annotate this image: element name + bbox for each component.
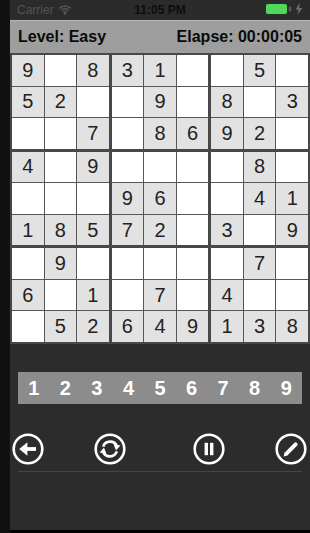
- cell-r3c9[interactable]: [276, 118, 308, 149]
- toolbar: [10, 430, 310, 468]
- cell-r3c7[interactable]: 9: [211, 118, 243, 149]
- cell-r2c6[interactable]: [177, 87, 209, 118]
- numpad-key-6[interactable]: 6: [176, 372, 208, 404]
- cell-r1c5[interactable]: 1: [144, 55, 176, 86]
- box-1-3: 58392: [211, 55, 308, 149]
- cell-r7c7[interactable]: [211, 248, 243, 279]
- cell-r3c8[interactable]: 2: [244, 118, 276, 149]
- cell-r5c1[interactable]: [12, 183, 44, 214]
- numpad-key-2[interactable]: 2: [50, 372, 82, 404]
- cell-r3c1[interactable]: [12, 118, 44, 149]
- pause-button[interactable]: [192, 432, 226, 466]
- cell-r2c4[interactable]: [112, 87, 144, 118]
- cell-r8c9[interactable]: [276, 280, 308, 311]
- cell-r1c9[interactable]: [276, 55, 308, 86]
- cell-r2c3[interactable]: [77, 87, 109, 118]
- cell-r4c6[interactable]: [177, 152, 209, 183]
- box-2-3: 84139: [211, 152, 308, 246]
- cell-r1c3[interactable]: 8: [77, 55, 109, 86]
- cell-r2c7[interactable]: 8: [211, 87, 243, 118]
- cell-r2c8[interactable]: [244, 87, 276, 118]
- box-1-2: 31986: [112, 55, 209, 149]
- numpad-key-8[interactable]: 8: [239, 372, 271, 404]
- cell-r8c1[interactable]: 6: [12, 280, 44, 311]
- cell-r9c3[interactable]: 2: [77, 311, 109, 342]
- box-3-2: 7649: [112, 248, 209, 342]
- cell-r2c9[interactable]: 3: [276, 87, 308, 118]
- cell-r6c4[interactable]: 7: [112, 215, 144, 246]
- pause-icon: [192, 432, 226, 466]
- cell-r3c6[interactable]: 6: [177, 118, 209, 149]
- cell-r7c2[interactable]: 9: [45, 248, 77, 279]
- cell-r4c5[interactable]: [144, 152, 176, 183]
- sudoku-app-screen: Carrier 11:05 PM: [10, 0, 310, 533]
- cell-r4c7[interactable]: [211, 152, 243, 183]
- toolbar-divider: [18, 471, 302, 472]
- numpad-key-4[interactable]: 4: [113, 372, 145, 404]
- cell-r9c6[interactable]: 9: [177, 311, 209, 342]
- numpad-key-3[interactable]: 3: [81, 372, 113, 404]
- sudoku-board: 9852731986583924918596728413996152764974…: [10, 53, 310, 344]
- box-2-1: 49185: [12, 152, 109, 246]
- numpad-key-7[interactable]: 7: [207, 372, 239, 404]
- numpad-key-5[interactable]: 5: [144, 372, 176, 404]
- cell-r7c3[interactable]: [77, 248, 109, 279]
- numpad-key-1[interactable]: 1: [18, 372, 50, 404]
- cell-r9c8[interactable]: 3: [244, 311, 276, 342]
- cell-r3c3[interactable]: 7: [77, 118, 109, 149]
- back-button[interactable]: [11, 432, 45, 466]
- cell-r3c2[interactable]: [45, 118, 77, 149]
- cell-r7c1[interactable]: [12, 248, 44, 279]
- cell-r8c2[interactable]: [45, 280, 77, 311]
- numpad-key-9[interactable]: 9: [270, 372, 302, 404]
- cell-r8c4[interactable]: [112, 280, 144, 311]
- cell-r5c6[interactable]: [177, 183, 209, 214]
- cell-r7c8[interactable]: 7: [244, 248, 276, 279]
- cell-r8c6[interactable]: [177, 280, 209, 311]
- cell-r6c7[interactable]: 3: [211, 215, 243, 246]
- cell-r3c4[interactable]: [112, 118, 144, 149]
- cell-r6c6[interactable]: [177, 215, 209, 246]
- cell-r1c4[interactable]: 3: [112, 55, 144, 86]
- cell-r7c5[interactable]: [144, 248, 176, 279]
- cell-r5c5[interactable]: 6: [144, 183, 176, 214]
- cell-r6c3[interactable]: 5: [77, 215, 109, 246]
- cell-r4c1[interactable]: 4: [12, 152, 44, 183]
- cell-r8c3[interactable]: 1: [77, 280, 109, 311]
- game-info-bar: Level: Easy Elapse: 00:00:05: [10, 20, 310, 53]
- cell-r9c2[interactable]: 5: [45, 311, 77, 342]
- cell-r5c7[interactable]: [211, 183, 243, 214]
- cell-r6c8[interactable]: [244, 215, 276, 246]
- cell-r1c1[interactable]: 9: [12, 55, 44, 86]
- cell-r1c7[interactable]: [211, 55, 243, 86]
- cell-r6c2[interactable]: 8: [45, 215, 77, 246]
- box-3-3: 74138: [211, 248, 308, 342]
- pencil-icon: [274, 432, 308, 466]
- cell-r8c5[interactable]: 7: [144, 280, 176, 311]
- restart-button[interactable]: [93, 432, 127, 466]
- battery-icon: [265, 1, 292, 19]
- status-bar: Carrier 11:05 PM: [10, 0, 310, 20]
- restart-icon: [93, 432, 127, 466]
- cell-r1c6[interactable]: [177, 55, 209, 86]
- cell-r5c8[interactable]: 4: [244, 183, 276, 214]
- cell-r5c4[interactable]: 9: [112, 183, 144, 214]
- cell-r5c9[interactable]: 1: [276, 183, 308, 214]
- cell-r9c9[interactable]: 8: [276, 311, 308, 342]
- cell-r6c9[interactable]: 9: [276, 215, 308, 246]
- cell-r1c2[interactable]: [45, 55, 77, 86]
- cell-r1c8[interactable]: 5: [244, 55, 276, 86]
- cell-r8c8[interactable]: [244, 280, 276, 311]
- cell-r6c1[interactable]: 1: [12, 215, 44, 246]
- cell-r4c2[interactable]: [45, 152, 77, 183]
- box-2-2: 9672: [112, 152, 209, 246]
- cell-r2c1[interactable]: 5: [12, 87, 44, 118]
- cell-r7c4[interactable]: [112, 248, 144, 279]
- cell-r6c5[interactable]: 2: [144, 215, 176, 246]
- cell-r9c5[interactable]: 4: [144, 311, 176, 342]
- cell-r7c6[interactable]: [177, 248, 209, 279]
- level-label: Level: Easy: [18, 28, 106, 46]
- box-1-1: 98527: [12, 55, 109, 149]
- cell-r7c9[interactable]: [276, 248, 308, 279]
- edit-button[interactable]: [274, 432, 308, 466]
- cell-r4c3[interactable]: 9: [77, 152, 109, 183]
- cell-r9c1[interactable]: [12, 311, 44, 342]
- cell-r9c7[interactable]: 1: [211, 311, 243, 342]
- charging-bolt-icon: [295, 1, 303, 19]
- elapse-timer: Elapse: 00:00:05: [177, 28, 302, 46]
- cell-r4c8[interactable]: 8: [244, 152, 276, 183]
- cell-r9c4[interactable]: 6: [112, 311, 144, 342]
- cell-r2c2[interactable]: 2: [45, 87, 77, 118]
- cell-r8c7[interactable]: 4: [211, 280, 243, 311]
- cell-r4c9[interactable]: [276, 152, 308, 183]
- cell-r2c5[interactable]: 9: [144, 87, 176, 118]
- back-icon: [11, 432, 45, 466]
- cell-r5c2[interactable]: [45, 183, 77, 214]
- cell-r3c5[interactable]: 8: [144, 118, 176, 149]
- box-3-1: 96152: [12, 248, 109, 342]
- cell-r4c4[interactable]: [112, 152, 144, 183]
- cell-r5c3[interactable]: [77, 183, 109, 214]
- numpad: 123456789: [18, 372, 302, 404]
